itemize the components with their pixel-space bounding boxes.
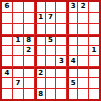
- cell-r4c2[interactable]: 1: [13, 35, 23, 45]
- cell-r8c4[interactable]: [35, 78, 45, 88]
- cell-r6c5[interactable]: [46, 56, 56, 66]
- cell-r6c7[interactable]: 4: [67, 56, 77, 66]
- cell-r4c3[interactable]: 8: [24, 35, 34, 45]
- cell-r4c1[interactable]: [2, 35, 12, 45]
- cell-r3c2[interactable]: [13, 24, 23, 34]
- cell-r1c2[interactable]: [13, 2, 23, 12]
- cell-r3c7[interactable]: [67, 24, 77, 34]
- cell-r6c9[interactable]: [89, 56, 99, 66]
- cell-r1c3[interactable]: [24, 2, 34, 12]
- cell-r7c7[interactable]: [67, 67, 77, 77]
- cell-r4c7[interactable]: [67, 35, 77, 45]
- cell-r9c3[interactable]: [24, 89, 34, 99]
- cell-r3c6[interactable]: [56, 24, 66, 34]
- cell-r2c7[interactable]: [67, 13, 77, 23]
- cell-r9c2[interactable]: [13, 89, 23, 99]
- cell-r7c2[interactable]: [13, 67, 23, 77]
- cell-r2c8[interactable]: [78, 13, 88, 23]
- cell-r5c4[interactable]: [35, 46, 45, 56]
- cell-r8c6[interactable]: [56, 78, 66, 88]
- cell-r2c4[interactable]: 1: [35, 13, 45, 23]
- cell-r2c2[interactable]: [13, 13, 23, 23]
- cell-r8c1[interactable]: [2, 78, 12, 88]
- cell-r5c2[interactable]: [13, 46, 23, 56]
- cell-r6c1[interactable]: [2, 56, 12, 66]
- cell-r4c8[interactable]: [78, 35, 88, 45]
- cell-r7c9[interactable]: [89, 67, 99, 77]
- cell-r2c6[interactable]: [56, 13, 66, 23]
- cell-r2c1[interactable]: [2, 13, 12, 23]
- cell-r3c1[interactable]: [2, 24, 12, 34]
- cell-r5c9[interactable]: 1: [89, 46, 99, 56]
- cell-r9c4[interactable]: 8: [35, 89, 45, 99]
- cell-r8c3[interactable]: [24, 78, 34, 88]
- cell-r1c8[interactable]: 2: [78, 2, 88, 12]
- cell-r4c5[interactable]: 5: [46, 35, 56, 45]
- cell-r9c9[interactable]: [89, 89, 99, 99]
- cell-r1c1[interactable]: 6: [2, 2, 12, 12]
- cell-r5c7[interactable]: [67, 46, 77, 56]
- sudoku-board: 63217185213442758: [0, 0, 101, 101]
- cell-r2c3[interactable]: [24, 13, 34, 23]
- cell-r9c8[interactable]: [78, 89, 88, 99]
- cell-r9c7[interactable]: [67, 89, 77, 99]
- cell-r7c8[interactable]: [78, 67, 88, 77]
- cell-r6c8[interactable]: [78, 56, 88, 66]
- cell-r8c9[interactable]: [89, 78, 99, 88]
- cell-r5c5[interactable]: [46, 46, 56, 56]
- cell-r7c5[interactable]: [46, 67, 56, 77]
- cell-r7c3[interactable]: [24, 67, 34, 77]
- cell-r3c3[interactable]: [24, 24, 34, 34]
- cell-r9c5[interactable]: [46, 89, 56, 99]
- cell-r9c1[interactable]: [2, 89, 12, 99]
- cell-r5c1[interactable]: [2, 46, 12, 56]
- cell-r3c9[interactable]: [89, 24, 99, 34]
- cell-r5c6[interactable]: [56, 46, 66, 56]
- cell-r7c1[interactable]: 4: [2, 67, 12, 77]
- cell-r7c6[interactable]: [56, 67, 66, 77]
- cell-r6c2[interactable]: [13, 56, 23, 66]
- cell-r8c5[interactable]: [46, 78, 56, 88]
- cell-r8c7[interactable]: 5: [67, 78, 77, 88]
- cell-r4c6[interactable]: [56, 35, 66, 45]
- cell-r1c4[interactable]: [35, 2, 45, 12]
- cell-r1c9[interactable]: [89, 2, 99, 12]
- cell-r1c5[interactable]: [46, 2, 56, 12]
- cell-r5c3[interactable]: 2: [24, 46, 34, 56]
- cell-r3c4[interactable]: [35, 24, 45, 34]
- cell-r3c8[interactable]: [78, 24, 88, 34]
- cell-r3c5[interactable]: [46, 24, 56, 34]
- cell-r4c4[interactable]: [35, 35, 45, 45]
- cell-r6c3[interactable]: [24, 56, 34, 66]
- cell-r8c8[interactable]: [78, 78, 88, 88]
- cell-r4c9[interactable]: [89, 35, 99, 45]
- cell-r5c8[interactable]: [78, 46, 88, 56]
- cell-r6c4[interactable]: [35, 56, 45, 66]
- cell-r1c6[interactable]: [56, 2, 66, 12]
- cell-r7c4[interactable]: 2: [35, 67, 45, 77]
- cell-r8c2[interactable]: 7: [13, 78, 23, 88]
- cell-r2c9[interactable]: [89, 13, 99, 23]
- cell-r2c5[interactable]: 7: [46, 13, 56, 23]
- cell-r6c6[interactable]: 3: [56, 56, 66, 66]
- cell-r1c7[interactable]: 3: [67, 2, 77, 12]
- cell-r9c6[interactable]: [56, 89, 66, 99]
